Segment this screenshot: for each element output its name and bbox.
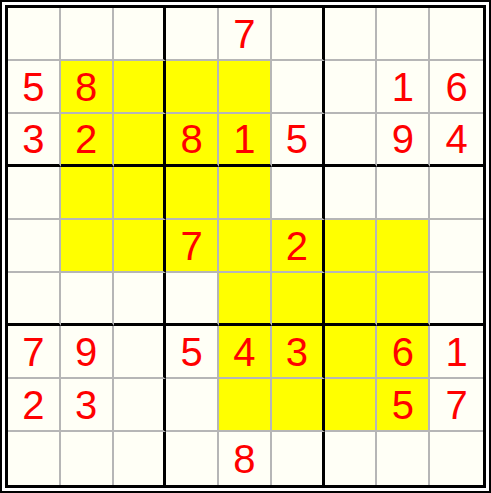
cell-r1c3[interactable] bbox=[114, 8, 167, 61]
cell-r7c8[interactable]: 6 bbox=[377, 326, 430, 379]
given-digit: 7 bbox=[445, 385, 467, 425]
given-digit: 3 bbox=[22, 119, 44, 159]
cell-r4c7[interactable] bbox=[325, 167, 378, 220]
cell-r8c1[interactable]: 2 bbox=[8, 379, 61, 432]
cell-r4c2[interactable] bbox=[61, 167, 114, 220]
cell-r8c6[interactable] bbox=[272, 379, 325, 432]
cell-r2c8[interactable]: 1 bbox=[377, 61, 430, 114]
cell-r9c9[interactable] bbox=[430, 432, 483, 485]
cell-r7c5[interactable]: 4 bbox=[219, 326, 272, 379]
cell-r8c5[interactable] bbox=[219, 379, 272, 432]
given-digit: 4 bbox=[233, 332, 255, 372]
cell-r4c5[interactable] bbox=[219, 167, 272, 220]
cell-r2c1[interactable]: 5 bbox=[8, 61, 61, 114]
given-digit: 2 bbox=[75, 119, 97, 159]
cell-r9c8[interactable] bbox=[377, 432, 430, 485]
cell-r2c2[interactable]: 8 bbox=[61, 61, 114, 114]
cell-r7c3[interactable] bbox=[114, 326, 167, 379]
cell-r7c9[interactable]: 1 bbox=[430, 326, 483, 379]
cell-r6c2[interactable] bbox=[61, 273, 114, 326]
cell-r8c9[interactable]: 7 bbox=[430, 379, 483, 432]
cell-r5c1[interactable] bbox=[8, 220, 61, 273]
given-digit: 6 bbox=[392, 332, 414, 372]
cell-r6c4[interactable] bbox=[166, 273, 219, 326]
cell-r7c4[interactable]: 5 bbox=[166, 326, 219, 379]
cell-r4c6[interactable] bbox=[272, 167, 325, 220]
cell-r9c6[interactable] bbox=[272, 432, 325, 485]
cell-r9c7[interactable] bbox=[325, 432, 378, 485]
given-digit: 5 bbox=[181, 332, 203, 372]
given-digit: 8 bbox=[233, 439, 255, 479]
sudoku-frame: 75816328159472795436123578 bbox=[0, 0, 491, 493]
cell-r3c3[interactable] bbox=[114, 114, 167, 167]
cell-r2c3[interactable] bbox=[114, 61, 167, 114]
cell-r3c2[interactable]: 2 bbox=[61, 114, 114, 167]
cell-r8c2[interactable]: 3 bbox=[61, 379, 114, 432]
cell-r8c3[interactable] bbox=[114, 379, 167, 432]
cell-r4c8[interactable] bbox=[377, 167, 430, 220]
given-digit: 6 bbox=[445, 67, 467, 107]
cell-r9c1[interactable] bbox=[8, 432, 61, 485]
cell-r3c8[interactable]: 9 bbox=[377, 114, 430, 167]
cell-r4c4[interactable] bbox=[166, 167, 219, 220]
cell-r3c5[interactable]: 1 bbox=[219, 114, 272, 167]
given-digit: 8 bbox=[181, 119, 203, 159]
cell-r5c6[interactable]: 2 bbox=[272, 220, 325, 273]
cell-r4c1[interactable] bbox=[8, 167, 61, 220]
cell-r6c9[interactable] bbox=[430, 273, 483, 326]
cell-r2c9[interactable]: 6 bbox=[430, 61, 483, 114]
cell-r5c2[interactable] bbox=[61, 220, 114, 273]
sudoku-board: 75816328159472795436123578 bbox=[5, 5, 486, 488]
cell-r1c6[interactable] bbox=[272, 8, 325, 61]
cell-r1c5[interactable]: 7 bbox=[219, 8, 272, 61]
cell-r7c2[interactable]: 9 bbox=[61, 326, 114, 379]
cell-r6c7[interactable] bbox=[325, 273, 378, 326]
cell-r2c4[interactable] bbox=[166, 61, 219, 114]
given-digit: 5 bbox=[392, 385, 414, 425]
cell-r7c6[interactable]: 3 bbox=[272, 326, 325, 379]
cell-r3c4[interactable]: 8 bbox=[166, 114, 219, 167]
cell-r6c5[interactable] bbox=[219, 273, 272, 326]
given-digit: 4 bbox=[445, 119, 467, 159]
cell-r8c4[interactable] bbox=[166, 379, 219, 432]
cell-r9c5[interactable]: 8 bbox=[219, 432, 272, 485]
cell-r1c7[interactable] bbox=[325, 8, 378, 61]
cell-r7c7[interactable] bbox=[325, 326, 378, 379]
given-digit: 1 bbox=[233, 119, 255, 159]
cell-r1c2[interactable] bbox=[61, 8, 114, 61]
given-digit: 1 bbox=[445, 332, 467, 372]
given-digit: 5 bbox=[286, 119, 308, 159]
cell-r4c3[interactable] bbox=[114, 167, 167, 220]
given-digit: 1 bbox=[392, 67, 414, 107]
cell-r1c4[interactable] bbox=[166, 8, 219, 61]
cell-r6c8[interactable] bbox=[377, 273, 430, 326]
cell-r6c1[interactable] bbox=[8, 273, 61, 326]
cell-r3c9[interactable]: 4 bbox=[430, 114, 483, 167]
cell-r2c5[interactable] bbox=[219, 61, 272, 114]
cell-r2c7[interactable] bbox=[325, 61, 378, 114]
cell-r1c1[interactable] bbox=[8, 8, 61, 61]
cell-r5c3[interactable] bbox=[114, 220, 167, 273]
given-digit: 9 bbox=[392, 119, 414, 159]
cell-r9c4[interactable] bbox=[166, 432, 219, 485]
cell-r1c9[interactable] bbox=[430, 8, 483, 61]
cell-r1c8[interactable] bbox=[377, 8, 430, 61]
cell-r5c9[interactable] bbox=[430, 220, 483, 273]
given-digit: 2 bbox=[22, 385, 44, 425]
cell-r8c8[interactable]: 5 bbox=[377, 379, 430, 432]
given-digit: 3 bbox=[286, 332, 308, 372]
given-digit: 7 bbox=[22, 332, 44, 372]
given-digit: 8 bbox=[75, 67, 97, 107]
cell-r3c7[interactable] bbox=[325, 114, 378, 167]
cell-r7c1[interactable]: 7 bbox=[8, 326, 61, 379]
cell-r5c4[interactable]: 7 bbox=[166, 220, 219, 273]
given-digit: 5 bbox=[22, 67, 44, 107]
cell-r5c5[interactable] bbox=[219, 220, 272, 273]
given-digit: 7 bbox=[181, 226, 203, 266]
cell-r3c1[interactable]: 3 bbox=[8, 114, 61, 167]
cell-r5c8[interactable] bbox=[377, 220, 430, 273]
cell-r4c9[interactable] bbox=[430, 167, 483, 220]
cell-r6c3[interactable] bbox=[114, 273, 167, 326]
cell-r3c6[interactable]: 5 bbox=[272, 114, 325, 167]
cell-r5c7[interactable] bbox=[325, 220, 378, 273]
cell-r9c2[interactable] bbox=[61, 432, 114, 485]
given-digit: 2 bbox=[286, 226, 308, 266]
cell-r8c7[interactable] bbox=[325, 379, 378, 432]
given-digit: 7 bbox=[233, 14, 255, 54]
given-digit: 9 bbox=[75, 332, 97, 372]
cell-r2c6[interactable] bbox=[272, 61, 325, 114]
given-digit: 3 bbox=[75, 385, 97, 425]
cell-r6c6[interactable] bbox=[272, 273, 325, 326]
cell-r9c3[interactable] bbox=[114, 432, 167, 485]
